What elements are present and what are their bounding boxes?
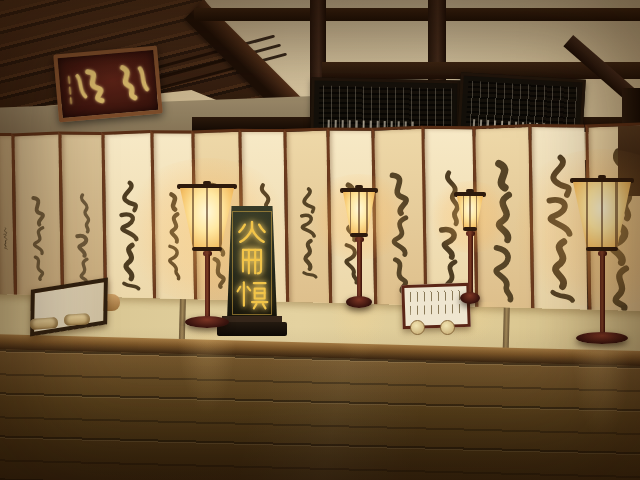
lantern-pole (468, 234, 473, 296)
lantern-pole (357, 240, 362, 300)
lantern-shade (180, 188, 234, 248)
lantern-base (576, 332, 628, 344)
lantern-pole (600, 254, 605, 336)
lantern-base (185, 316, 229, 328)
lantern-shade (573, 182, 631, 248)
lantern-shade (343, 192, 375, 234)
lantern-base (460, 292, 480, 304)
lantern-shade (457, 196, 483, 228)
lantern-layer (0, 0, 640, 480)
japanese-interior-photo (0, 0, 640, 480)
lantern-base (346, 296, 372, 308)
lantern-pole (205, 254, 210, 320)
